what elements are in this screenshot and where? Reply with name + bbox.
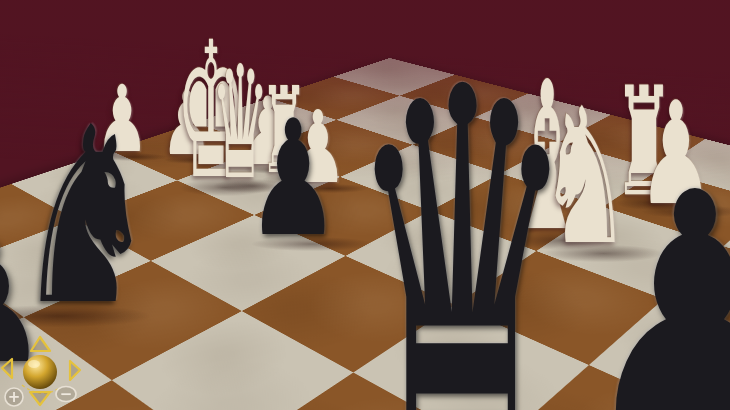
trackball[interactable] [23, 355, 57, 389]
black-queen-piece[interactable]: ♛ [346, 28, 578, 410]
zoom-in-button[interactable]: + [5, 388, 23, 406]
minus-icon: − [60, 385, 73, 403]
chess-3d-scene: ♟♟♚♛♟♜♟♟♞♝♞♜♟♛♟♟ + − [0, 0, 730, 410]
plus-icon: + [8, 388, 21, 406]
pan-right-button[interactable] [70, 361, 80, 380]
pan-down-button[interactable] [30, 392, 50, 405]
zoom-out-button[interactable]: − [56, 385, 76, 403]
trackball-highlight [28, 360, 40, 368]
camera-control[interactable]: + − [0, 325, 100, 410]
pan-left-button[interactable] [2, 359, 12, 378]
piece-layer: ♟♟♚♛♟♜♟♟♞♝♞♜♟♛♟♟ [0, 0, 730, 410]
pan-up-button[interactable] [31, 337, 50, 351]
black-pawn-piece[interactable]: ♟ [246, 99, 339, 259]
black-pawn-piece[interactable]: ♟ [577, 150, 730, 410]
